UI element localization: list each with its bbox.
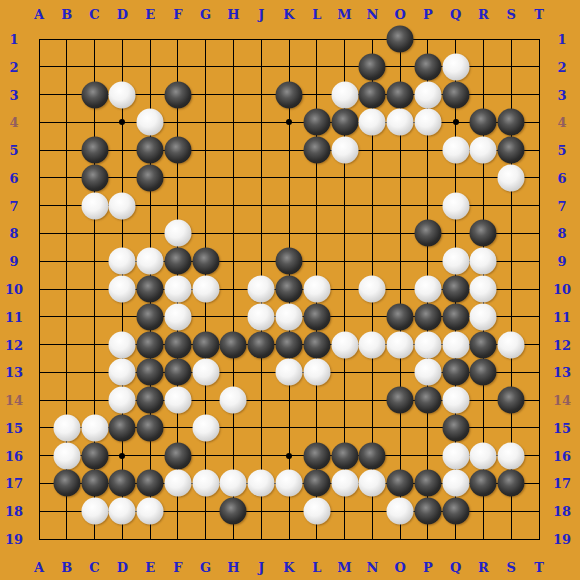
black-stone[interactable]: [359, 442, 386, 469]
white-stone[interactable]: [442, 470, 469, 497]
white-stone[interactable]: [470, 303, 497, 330]
white-stone[interactable]: [220, 470, 247, 497]
white-stone[interactable]: [387, 498, 414, 525]
white-stone[interactable]: [498, 164, 525, 191]
black-stone[interactable]: [137, 164, 164, 191]
black-stone[interactable]: [414, 387, 441, 414]
row-label-right: 19: [553, 533, 571, 546]
white-stone[interactable]: [414, 109, 441, 136]
black-stone[interactable]: [276, 81, 303, 108]
white-stone[interactable]: [164, 470, 191, 497]
white-stone[interactable]: [276, 303, 303, 330]
white-stone[interactable]: [331, 137, 358, 164]
column-label-top: J: [258, 8, 264, 21]
black-stone[interactable]: [498, 387, 525, 414]
black-stone[interactable]: [470, 220, 497, 247]
row-label-left: 6: [9, 171, 18, 184]
column-label-bottom: Q: [450, 561, 461, 574]
black-stone[interactable]: [442, 498, 469, 525]
black-stone[interactable]: [164, 442, 191, 469]
white-stone[interactable]: [109, 276, 136, 303]
white-stone[interactable]: [303, 359, 330, 386]
row-label-left: 16: [5, 449, 23, 462]
row-label-left: 11: [5, 310, 23, 323]
column-label-top: D: [117, 8, 128, 21]
black-stone[interactable]: [303, 137, 330, 164]
column-label-top: C: [89, 8, 99, 21]
black-stone[interactable]: [164, 248, 191, 275]
grid-line-horizontal: [39, 39, 540, 40]
row-label-right: 9: [557, 255, 566, 268]
white-stone[interactable]: [53, 442, 80, 469]
row-label-right: 7: [557, 199, 566, 212]
column-label-top: O: [394, 8, 405, 21]
black-stone[interactable]: [387, 303, 414, 330]
white-stone[interactable]: [470, 442, 497, 469]
black-stone[interactable]: [498, 109, 525, 136]
white-stone[interactable]: [248, 303, 275, 330]
white-stone[interactable]: [387, 109, 414, 136]
column-label-bottom: B: [61, 561, 72, 574]
black-stone[interactable]: [470, 359, 497, 386]
black-stone[interactable]: [164, 331, 191, 358]
black-stone[interactable]: [276, 276, 303, 303]
white-stone[interactable]: [192, 470, 219, 497]
white-stone[interactable]: [137, 109, 164, 136]
black-stone[interactable]: [470, 470, 497, 497]
black-stone[interactable]: [248, 331, 275, 358]
white-stone[interactable]: [331, 331, 358, 358]
column-label-bottom: A: [34, 561, 44, 574]
black-stone[interactable]: [137, 303, 164, 330]
star-point: [453, 119, 459, 125]
white-stone[interactable]: [109, 192, 136, 219]
column-label-bottom: D: [117, 561, 128, 574]
black-stone[interactable]: [303, 109, 330, 136]
row-label-right: 17: [553, 477, 571, 490]
white-stone[interactable]: [442, 192, 469, 219]
white-stone[interactable]: [414, 276, 441, 303]
row-label-right: 1: [557, 33, 566, 46]
white-stone[interactable]: [498, 442, 525, 469]
black-stone[interactable]: [414, 498, 441, 525]
white-stone[interactable]: [53, 414, 80, 441]
column-label-bottom: T: [534, 561, 544, 574]
black-stone[interactable]: [137, 414, 164, 441]
white-stone[interactable]: [359, 109, 386, 136]
white-stone[interactable]: [109, 248, 136, 275]
black-stone[interactable]: [331, 442, 358, 469]
column-label-bottom: E: [145, 561, 155, 574]
grid-line-horizontal: [39, 233, 540, 234]
grid-line-vertical: [539, 39, 540, 540]
black-stone[interactable]: [164, 81, 191, 108]
black-stone[interactable]: [81, 470, 108, 497]
column-label-bottom: H: [227, 561, 239, 574]
black-stone[interactable]: [442, 81, 469, 108]
black-stone[interactable]: [442, 359, 469, 386]
black-stone[interactable]: [53, 470, 80, 497]
black-stone[interactable]: [498, 470, 525, 497]
white-stone[interactable]: [359, 470, 386, 497]
row-label-left: 9: [9, 255, 18, 268]
black-stone[interactable]: [331, 109, 358, 136]
white-stone[interactable]: [81, 192, 108, 219]
black-stone[interactable]: [387, 387, 414, 414]
white-stone[interactable]: [164, 387, 191, 414]
column-label-top: S: [507, 8, 516, 21]
row-label-left: 4: [9, 116, 18, 129]
row-label-right: 13: [553, 366, 571, 379]
row-label-left: 2: [9, 60, 18, 73]
black-stone[interactable]: [81, 81, 108, 108]
white-stone[interactable]: [109, 331, 136, 358]
white-stone[interactable]: [387, 331, 414, 358]
black-stone[interactable]: [276, 248, 303, 275]
white-stone[interactable]: [220, 387, 247, 414]
white-stone[interactable]: [137, 248, 164, 275]
row-label-right: 4: [557, 116, 566, 129]
white-stone[interactable]: [414, 331, 441, 358]
white-stone[interactable]: [109, 81, 136, 108]
white-stone[interactable]: [442, 331, 469, 358]
column-label-bottom: S: [507, 561, 516, 574]
row-label-right: 6: [557, 171, 566, 184]
black-stone[interactable]: [137, 387, 164, 414]
white-stone[interactable]: [164, 220, 191, 247]
white-stone[interactable]: [109, 387, 136, 414]
white-stone[interactable]: [470, 137, 497, 164]
black-stone[interactable]: [470, 331, 497, 358]
black-stone[interactable]: [137, 359, 164, 386]
column-label-top: L: [312, 8, 321, 21]
white-stone[interactable]: [276, 359, 303, 386]
column-label-top: G: [200, 8, 211, 21]
black-stone[interactable]: [192, 331, 219, 358]
row-label-right: 3: [557, 88, 566, 101]
row-label-left: 15: [5, 421, 23, 434]
black-stone[interactable]: [359, 81, 386, 108]
grid-line-horizontal: [39, 539, 540, 540]
black-stone[interactable]: [414, 470, 441, 497]
white-stone[interactable]: [331, 81, 358, 108]
black-stone[interactable]: [137, 331, 164, 358]
column-label-bottom: G: [200, 561, 211, 574]
white-stone[interactable]: [470, 276, 497, 303]
column-label-top: Q: [450, 8, 461, 21]
grid-line-horizontal: [39, 177, 540, 178]
row-label-right: 11: [553, 310, 571, 323]
column-label-bottom: O: [394, 561, 405, 574]
row-label-right: 15: [553, 421, 571, 434]
row-label-right: 16: [553, 449, 571, 462]
black-stone[interactable]: [414, 53, 441, 80]
column-label-top: R: [478, 8, 489, 21]
black-stone[interactable]: [164, 359, 191, 386]
star-point: [286, 119, 292, 125]
white-stone[interactable]: [248, 470, 275, 497]
column-label-bottom: F: [173, 561, 182, 574]
row-label-left: 14: [5, 394, 23, 407]
column-label-top: K: [283, 8, 294, 21]
black-stone[interactable]: [442, 303, 469, 330]
white-stone[interactable]: [164, 276, 191, 303]
white-stone[interactable]: [442, 387, 469, 414]
black-stone[interactable]: [164, 137, 191, 164]
black-stone[interactable]: [109, 470, 136, 497]
row-label-left: 19: [5, 533, 23, 546]
grid-line-vertical: [233, 39, 234, 540]
go-board[interactable]: AABBCCDDEEFFGGHHJJKKLLMMNNOOPPQQRRSSTT11…: [0, 0, 580, 580]
black-stone[interactable]: [276, 331, 303, 358]
star-point: [286, 453, 292, 459]
black-stone[interactable]: [387, 470, 414, 497]
black-stone[interactable]: [442, 414, 469, 441]
black-stone[interactable]: [359, 53, 386, 80]
black-stone[interactable]: [303, 303, 330, 330]
column-label-bottom: R: [478, 561, 489, 574]
column-label-top: A: [34, 8, 44, 21]
black-stone[interactable]: [192, 248, 219, 275]
row-label-left: 5: [9, 144, 18, 157]
white-stone[interactable]: [81, 414, 108, 441]
black-stone[interactable]: [387, 26, 414, 53]
white-stone[interactable]: [164, 303, 191, 330]
white-stone[interactable]: [109, 359, 136, 386]
white-stone[interactable]: [303, 498, 330, 525]
white-stone[interactable]: [81, 498, 108, 525]
white-stone[interactable]: [498, 331, 525, 358]
black-stone[interactable]: [498, 137, 525, 164]
column-label-top: M: [337, 8, 351, 21]
white-stone[interactable]: [248, 276, 275, 303]
row-label-left: 7: [9, 199, 18, 212]
row-label-left: 3: [9, 88, 18, 101]
white-stone[interactable]: [359, 331, 386, 358]
white-stone[interactable]: [442, 442, 469, 469]
white-stone[interactable]: [442, 53, 469, 80]
black-stone[interactable]: [137, 137, 164, 164]
row-label-left: 12: [5, 338, 23, 351]
row-label-right: 14: [553, 394, 571, 407]
black-stone[interactable]: [414, 303, 441, 330]
column-label-top: F: [173, 8, 182, 21]
column-label-top: E: [145, 8, 155, 21]
row-label-left: 1: [9, 33, 18, 46]
white-stone[interactable]: [109, 498, 136, 525]
black-stone[interactable]: [470, 109, 497, 136]
black-stone[interactable]: [81, 164, 108, 191]
black-stone[interactable]: [303, 470, 330, 497]
white-stone[interactable]: [414, 359, 441, 386]
white-stone[interactable]: [470, 248, 497, 275]
black-stone[interactable]: [81, 137, 108, 164]
white-stone[interactable]: [359, 276, 386, 303]
column-label-top: P: [423, 8, 433, 21]
white-stone[interactable]: [303, 276, 330, 303]
white-stone[interactable]: [192, 276, 219, 303]
white-stone[interactable]: [192, 359, 219, 386]
row-label-right: 12: [553, 338, 571, 351]
row-label-left: 18: [5, 505, 23, 518]
black-stone[interactable]: [109, 414, 136, 441]
black-stone[interactable]: [220, 498, 247, 525]
white-stone[interactable]: [414, 81, 441, 108]
white-stone[interactable]: [331, 470, 358, 497]
row-label-right: 10: [553, 283, 571, 296]
column-label-top: N: [366, 8, 378, 21]
row-label-right: 2: [557, 60, 566, 73]
grid-line-vertical: [39, 39, 40, 540]
white-stone[interactable]: [442, 248, 469, 275]
row-label-left: 17: [5, 477, 23, 490]
black-stone[interactable]: [220, 331, 247, 358]
white-stone[interactable]: [276, 470, 303, 497]
column-label-bottom: P: [423, 561, 433, 574]
star-point: [119, 119, 125, 125]
white-stone[interactable]: [442, 137, 469, 164]
column-label-bottom: J: [258, 561, 264, 574]
row-label-left: 8: [9, 227, 18, 240]
row-label-right: 5: [557, 144, 566, 157]
black-stone[interactable]: [137, 276, 164, 303]
black-stone[interactable]: [81, 442, 108, 469]
column-label-bottom: M: [337, 561, 351, 574]
black-stone[interactable]: [414, 220, 441, 247]
white-stone[interactable]: [192, 414, 219, 441]
black-stone[interactable]: [303, 442, 330, 469]
row-label-left: 10: [5, 283, 23, 296]
black-stone[interactable]: [137, 470, 164, 497]
white-stone[interactable]: [137, 498, 164, 525]
column-label-bottom: C: [89, 561, 99, 574]
column-label-top: B: [61, 8, 72, 21]
black-stone[interactable]: [442, 276, 469, 303]
column-label-top: H: [227, 8, 239, 21]
column-label-bottom: N: [366, 561, 378, 574]
column-label-bottom: K: [283, 561, 294, 574]
row-label-left: 13: [5, 366, 23, 379]
row-label-right: 8: [557, 227, 566, 240]
row-label-right: 18: [553, 505, 571, 518]
column-label-bottom: L: [312, 561, 321, 574]
star-point: [119, 453, 125, 459]
black-stone[interactable]: [303, 331, 330, 358]
black-stone[interactable]: [387, 81, 414, 108]
column-label-top: T: [534, 8, 544, 21]
